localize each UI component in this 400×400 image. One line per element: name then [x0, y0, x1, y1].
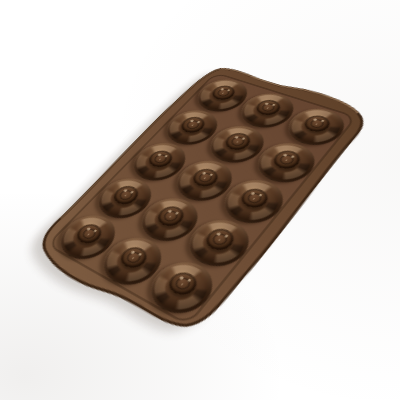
photo-stage	[0, 0, 400, 400]
chocolate-mold-tray	[26, 61, 377, 348]
